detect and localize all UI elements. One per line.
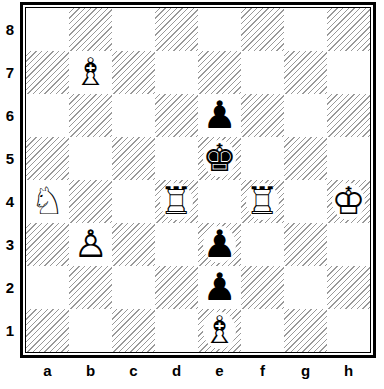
board-outer-border: ♗♟♚♘♖♖♔♙♟♟♗ xyxy=(20,2,376,358)
rank-label-1: 1 xyxy=(0,309,20,352)
chess-board: ♗♟♚♘♖♖♔♙♟♟♗ xyxy=(20,2,376,358)
square-h2[interactable] xyxy=(327,266,370,309)
square-d2[interactable] xyxy=(155,266,198,309)
rank-labels: 87654321 xyxy=(0,8,20,352)
square-f5[interactable] xyxy=(241,137,284,180)
file-label-b: b xyxy=(69,359,112,383)
square-b1[interactable] xyxy=(69,309,112,352)
square-c5[interactable] xyxy=(112,137,155,180)
square-b4[interactable] xyxy=(69,180,112,223)
square-d1[interactable] xyxy=(155,309,198,352)
white-bishop[interactable]: ♗ xyxy=(198,309,241,352)
black-pawn[interactable]: ♟ xyxy=(198,94,241,137)
square-h8[interactable] xyxy=(327,8,370,51)
square-h1[interactable] xyxy=(327,309,370,352)
square-a4[interactable]: ♘ xyxy=(26,180,69,223)
square-b6[interactable] xyxy=(69,94,112,137)
square-d7[interactable] xyxy=(155,51,198,94)
square-e5[interactable]: ♚ xyxy=(198,137,241,180)
file-label-c: c xyxy=(112,359,155,383)
rank-label-6: 6 xyxy=(0,94,20,137)
rank-label-2: 2 xyxy=(0,266,20,309)
square-g6[interactable] xyxy=(284,94,327,137)
square-e6[interactable]: ♟ xyxy=(198,94,241,137)
square-h3[interactable] xyxy=(327,223,370,266)
square-f8[interactable] xyxy=(241,8,284,51)
square-a8[interactable] xyxy=(26,8,69,51)
file-label-d: d xyxy=(155,359,198,383)
square-c2[interactable] xyxy=(112,266,155,309)
square-d3[interactable] xyxy=(155,223,198,266)
square-c4[interactable] xyxy=(112,180,155,223)
black-king[interactable]: ♚ xyxy=(198,137,241,180)
square-h5[interactable] xyxy=(327,137,370,180)
square-e8[interactable] xyxy=(198,8,241,51)
square-f6[interactable] xyxy=(241,94,284,137)
square-a6[interactable] xyxy=(26,94,69,137)
square-d8[interactable] xyxy=(155,8,198,51)
square-g7[interactable] xyxy=(284,51,327,94)
square-f3[interactable] xyxy=(241,223,284,266)
square-h7[interactable] xyxy=(327,51,370,94)
square-h6[interactable] xyxy=(327,94,370,137)
square-b8[interactable] xyxy=(69,8,112,51)
rank-label-3: 3 xyxy=(0,223,20,266)
square-g4[interactable] xyxy=(284,180,327,223)
board-grid: ♗♟♚♘♖♖♔♙♟♟♗ xyxy=(26,8,370,352)
file-label-a: a xyxy=(26,359,69,383)
chess-diagram-page: { "game": "chess", "position": { "fen_bo… xyxy=(0,0,384,389)
square-f2[interactable] xyxy=(241,266,284,309)
square-b7[interactable]: ♗ xyxy=(69,51,112,94)
square-a7[interactable] xyxy=(26,51,69,94)
square-b3[interactable]: ♙ xyxy=(69,223,112,266)
square-a3[interactable] xyxy=(26,223,69,266)
black-pawn[interactable]: ♟ xyxy=(198,266,241,309)
white-king[interactable]: ♔ xyxy=(327,180,370,223)
square-g8[interactable] xyxy=(284,8,327,51)
square-e4[interactable] xyxy=(198,180,241,223)
file-label-e: e xyxy=(198,359,241,383)
white-knight[interactable]: ♘ xyxy=(26,180,69,223)
rank-label-8: 8 xyxy=(0,8,20,51)
white-bishop[interactable]: ♗ xyxy=(69,51,112,94)
square-g5[interactable] xyxy=(284,137,327,180)
square-h4[interactable]: ♔ xyxy=(327,180,370,223)
square-g3[interactable] xyxy=(284,223,327,266)
square-d6[interactable] xyxy=(155,94,198,137)
square-b2[interactable] xyxy=(69,266,112,309)
black-pawn[interactable]: ♟ xyxy=(198,223,241,266)
rank-label-7: 7 xyxy=(0,51,20,94)
square-d5[interactable] xyxy=(155,137,198,180)
square-e2[interactable]: ♟ xyxy=(198,266,241,309)
white-rook[interactable]: ♖ xyxy=(241,180,284,223)
square-a1[interactable] xyxy=(26,309,69,352)
square-g2[interactable] xyxy=(284,266,327,309)
square-e1[interactable]: ♗ xyxy=(198,309,241,352)
rank-label-4: 4 xyxy=(0,180,20,223)
square-c1[interactable] xyxy=(112,309,155,352)
square-a5[interactable] xyxy=(26,137,69,180)
file-label-f: f xyxy=(241,359,284,383)
square-d4[interactable]: ♖ xyxy=(155,180,198,223)
square-c8[interactable] xyxy=(112,8,155,51)
white-rook[interactable]: ♖ xyxy=(155,180,198,223)
square-c3[interactable] xyxy=(112,223,155,266)
file-label-g: g xyxy=(284,359,327,383)
square-g1[interactable] xyxy=(284,309,327,352)
square-c6[interactable] xyxy=(112,94,155,137)
square-c7[interactable] xyxy=(112,51,155,94)
file-labels: abcdefgh xyxy=(26,359,370,383)
square-f7[interactable] xyxy=(241,51,284,94)
square-a2[interactable] xyxy=(26,266,69,309)
square-f4[interactable]: ♖ xyxy=(241,180,284,223)
rank-label-5: 5 xyxy=(0,137,20,180)
square-f1[interactable] xyxy=(241,309,284,352)
file-label-h: h xyxy=(327,359,370,383)
white-pawn[interactable]: ♙ xyxy=(69,223,112,266)
square-e7[interactable] xyxy=(198,51,241,94)
square-b5[interactable] xyxy=(69,137,112,180)
square-e3[interactable]: ♟ xyxy=(198,223,241,266)
board-inner-border: ♗♟♚♘♖♖♔♙♟♟♗ xyxy=(25,7,371,353)
